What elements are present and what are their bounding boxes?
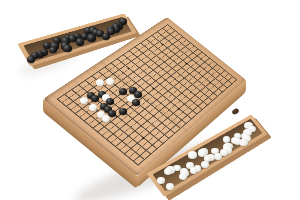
drawer-finger-hole — [231, 108, 240, 116]
go-board-product-photo — [0, 0, 300, 200]
